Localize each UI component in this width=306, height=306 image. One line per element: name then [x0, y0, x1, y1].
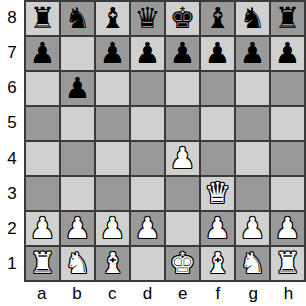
file-label-a: a: [24, 282, 59, 306]
file-label-b: b: [59, 282, 94, 306]
square-d8[interactable]: ♛: [131, 2, 164, 35]
piece-black-pawn[interactable]: ♟: [65, 72, 91, 105]
piece-black-knight[interactable]: ♞: [240, 2, 266, 35]
file-labels: abcdefgh: [24, 282, 306, 306]
square-b1[interactable]: ♞: [61, 247, 94, 280]
piece-white-knight[interactable]: ♞: [65, 247, 91, 280]
square-h4[interactable]: [271, 142, 304, 175]
piece-white-bishop[interactable]: ♝: [100, 247, 126, 280]
rank-label-3: 3: [0, 176, 24, 211]
piece-black-rook[interactable]: ♜: [30, 2, 56, 35]
square-h5[interactable]: [271, 107, 304, 140]
rank-label-2: 2: [0, 212, 24, 247]
piece-white-queen[interactable]: ♛: [205, 177, 231, 210]
square-a2[interactable]: ♟: [26, 212, 59, 245]
piece-black-king[interactable]: ♚: [170, 2, 196, 35]
square-c2[interactable]: ♟: [96, 212, 129, 245]
piece-white-pawn[interactable]: ♟: [100, 212, 126, 245]
square-h3[interactable]: [271, 177, 304, 210]
square-g8[interactable]: ♞: [236, 2, 269, 35]
square-g7[interactable]: ♟: [236, 37, 269, 70]
square-f1[interactable]: ♝: [201, 247, 234, 280]
square-a6[interactable]: [26, 72, 59, 105]
piece-black-pawn[interactable]: ♟: [135, 37, 161, 70]
rank-labels: 87654321: [0, 0, 24, 282]
square-d6[interactable]: [131, 72, 164, 105]
file-label-c: c: [95, 282, 130, 306]
piece-black-pawn[interactable]: ♟: [100, 37, 126, 70]
square-b3[interactable]: [61, 177, 94, 210]
square-a4[interactable]: [26, 142, 59, 175]
piece-black-rook[interactable]: ♜: [275, 2, 301, 35]
piece-white-bishop[interactable]: ♝: [205, 247, 231, 280]
square-d2[interactable]: ♟: [131, 212, 164, 245]
square-g5[interactable]: [236, 107, 269, 140]
file-label-h: h: [271, 282, 306, 306]
square-e2[interactable]: [166, 212, 199, 245]
piece-black-bishop[interactable]: ♝: [100, 2, 126, 35]
square-f7[interactable]: ♟: [201, 37, 234, 70]
square-g3[interactable]: [236, 177, 269, 210]
rank-label-8: 8: [0, 0, 24, 35]
rank-label-1: 1: [0, 247, 24, 282]
square-c3[interactable]: [96, 177, 129, 210]
square-h7[interactable]: ♟: [271, 37, 304, 70]
square-f5[interactable]: [201, 107, 234, 140]
square-e8[interactable]: ♚: [166, 2, 199, 35]
piece-white-pawn[interactable]: ♟: [170, 142, 196, 175]
piece-black-bishop[interactable]: ♝: [205, 2, 231, 35]
piece-white-pawn[interactable]: ♟: [30, 212, 56, 245]
file-label-g: g: [236, 282, 271, 306]
square-f3[interactable]: ♛: [201, 177, 234, 210]
square-h6[interactable]: [271, 72, 304, 105]
square-e7[interactable]: ♟: [166, 37, 199, 70]
square-f4[interactable]: [201, 142, 234, 175]
piece-white-pawn[interactable]: ♟: [205, 212, 231, 245]
square-b5[interactable]: [61, 107, 94, 140]
square-c6[interactable]: [96, 72, 129, 105]
square-d3[interactable]: [131, 177, 164, 210]
square-g2[interactable]: ♟: [236, 212, 269, 245]
square-c8[interactable]: ♝: [96, 2, 129, 35]
square-a3[interactable]: [26, 177, 59, 210]
piece-white-pawn[interactable]: ♟: [135, 212, 161, 245]
square-b8[interactable]: ♞: [61, 2, 94, 35]
piece-black-pawn[interactable]: ♟: [240, 37, 266, 70]
chessboard-panel: 87654321 ♜♞♝♛♚♝♞♜♟♟♟♟♟♟♟♟♟♛♟♟♟♟♟♟♟♜♞♝♚♝♞…: [0, 0, 306, 306]
square-d4[interactable]: [131, 142, 164, 175]
square-g4[interactable]: [236, 142, 269, 175]
square-b7[interactable]: [61, 37, 94, 70]
square-c1[interactable]: ♝: [96, 247, 129, 280]
rank-label-5: 5: [0, 106, 24, 141]
square-g6[interactable]: [236, 72, 269, 105]
piece-white-pawn[interactable]: ♟: [275, 212, 301, 245]
file-label-f: f: [200, 282, 235, 306]
piece-white-knight[interactable]: ♞: [240, 247, 266, 280]
square-a1[interactable]: ♜: [26, 247, 59, 280]
rank-label-7: 7: [0, 35, 24, 70]
rank-label-4: 4: [0, 141, 24, 176]
square-b4[interactable]: [61, 142, 94, 175]
square-h8[interactable]: ♜: [271, 2, 304, 35]
piece-white-pawn[interactable]: ♟: [65, 212, 91, 245]
square-h2[interactable]: ♟: [271, 212, 304, 245]
square-d7[interactable]: ♟: [131, 37, 164, 70]
square-c7[interactable]: ♟: [96, 37, 129, 70]
square-c5[interactable]: [96, 107, 129, 140]
file-label-e: e: [165, 282, 200, 306]
square-b2[interactable]: ♟: [61, 212, 94, 245]
square-b6[interactable]: ♟: [61, 72, 94, 105]
piece-white-king[interactable]: ♚: [170, 247, 196, 280]
square-e1[interactable]: ♚: [166, 247, 199, 280]
square-d5[interactable]: [131, 107, 164, 140]
square-a5[interactable]: [26, 107, 59, 140]
piece-black-queen[interactable]: ♛: [135, 2, 161, 35]
square-c4[interactable]: [96, 142, 129, 175]
chess-board: ♜♞♝♛♚♝♞♜♟♟♟♟♟♟♟♟♟♛♟♟♟♟♟♟♟♜♞♝♚♝♞♜: [24, 0, 306, 282]
piece-black-pawn[interactable]: ♟: [275, 37, 301, 70]
square-f2[interactable]: ♟: [201, 212, 234, 245]
piece-black-pawn[interactable]: ♟: [205, 37, 231, 70]
square-e4[interactable]: ♟: [166, 142, 199, 175]
square-h1[interactable]: ♜: [271, 247, 304, 280]
piece-black-knight[interactable]: ♞: [65, 2, 91, 35]
square-g1[interactable]: ♞: [236, 247, 269, 280]
square-d1[interactable]: [131, 247, 164, 280]
square-e6[interactable]: [166, 72, 199, 105]
square-f8[interactable]: ♝: [201, 2, 234, 35]
square-e5[interactable]: [166, 107, 199, 140]
square-e3[interactable]: [166, 177, 199, 210]
piece-black-pawn[interactable]: ♟: [30, 37, 56, 70]
piece-white-rook[interactable]: ♜: [30, 247, 56, 280]
square-a7[interactable]: ♟: [26, 37, 59, 70]
piece-white-pawn[interactable]: ♟: [240, 212, 266, 245]
piece-black-pawn[interactable]: ♟: [170, 37, 196, 70]
file-label-d: d: [130, 282, 165, 306]
square-f6[interactable]: [201, 72, 234, 105]
piece-white-rook[interactable]: ♜: [275, 247, 301, 280]
square-a8[interactable]: ♜: [26, 2, 59, 35]
rank-label-6: 6: [0, 71, 24, 106]
